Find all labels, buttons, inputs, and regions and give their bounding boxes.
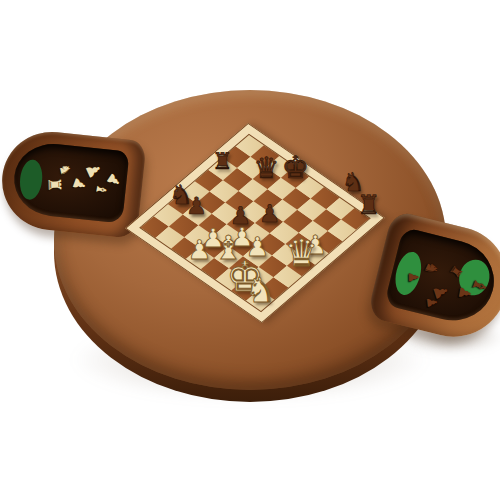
piece-white-queen-d1[interactable]: ♛ (285, 235, 318, 272)
piece-black-queen-g6[interactable]: ♛ (253, 154, 279, 183)
piece-black-rook-f8[interactable]: ♜ (212, 149, 233, 172)
pieces-layer: ♞♜♟♛♟♟♟♚♝♟♟♟♚♞♛♟♞♜ (0, 0, 500, 500)
piece-white-knight-a1[interactable]: ♞ (245, 273, 276, 307)
piece-black-pawn-c7[interactable]: ♟ (186, 195, 207, 219)
product-photo-stage: ♞♟♟♝♟♜ ♟♞♟♜♟♝♟ ♞♜♟♛♟♟♟♚♝♟♟♟♚♞♛♟♞♜ (0, 0, 500, 500)
piece-black-king-h5[interactable]: ♚ (282, 151, 310, 182)
piece-white-pawn-a5[interactable]: ♟ (187, 237, 211, 264)
piece-black-pawn-e4[interactable]: ♟ (259, 203, 281, 227)
piece-black-rook-rim[interactable]: ♜ (357, 192, 381, 219)
